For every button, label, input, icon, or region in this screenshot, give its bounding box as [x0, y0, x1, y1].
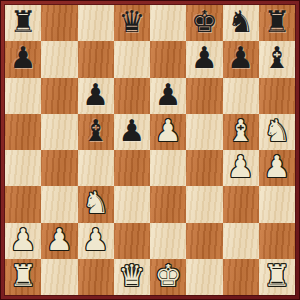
- square-a6[interactable]: [5, 78, 41, 114]
- square-f3[interactable]: [186, 186, 222, 222]
- square-d5[interactable]: ♟: [114, 114, 150, 150]
- square-c6[interactable]: ♟: [78, 78, 114, 114]
- square-a2[interactable]: ♟: [5, 223, 41, 259]
- square-g2[interactable]: [223, 223, 259, 259]
- square-d8[interactable]: ♛: [114, 5, 150, 41]
- square-a3[interactable]: [5, 186, 41, 222]
- square-a1[interactable]: ♜: [5, 259, 41, 295]
- square-g3[interactable]: [223, 186, 259, 222]
- square-h7[interactable]: ♝: [259, 41, 295, 77]
- white-pawn-g4: ♟: [227, 152, 254, 182]
- white-pawn-a2: ♟: [10, 225, 37, 255]
- square-d6[interactable]: [114, 78, 150, 114]
- chess-board: ♜♛♚♞♜♟♟♟♝♟♟♝♟♟♝♞♟♟♞♟♟♟♜♛♚♜: [5, 5, 295, 295]
- square-f1[interactable]: [186, 259, 222, 295]
- white-queen-d1: ♛: [118, 261, 145, 291]
- square-e8[interactable]: [150, 5, 186, 41]
- square-g6[interactable]: [223, 78, 259, 114]
- black-rook-a8: ♜: [10, 7, 37, 37]
- square-b2[interactable]: ♟: [41, 223, 77, 259]
- square-g4[interactable]: ♟: [223, 150, 259, 186]
- square-f7[interactable]: ♟: [186, 41, 222, 77]
- square-g7[interactable]: ♟: [223, 41, 259, 77]
- square-c4[interactable]: [78, 150, 114, 186]
- square-c2[interactable]: ♟: [78, 223, 114, 259]
- black-bishop-c5: ♝: [82, 116, 109, 146]
- board-frame: ♜♛♚♞♜♟♟♟♝♟♟♝♟♟♝♞♟♟♞♟♟♟♜♛♚♜: [0, 0, 300, 300]
- square-c5[interactable]: ♝: [78, 114, 114, 150]
- square-c3[interactable]: ♞: [78, 186, 114, 222]
- square-b1[interactable]: [41, 259, 77, 295]
- white-rook-h1: ♜: [263, 261, 290, 291]
- black-pawn-a7: ♟: [10, 43, 37, 73]
- black-pawn-f7: ♟: [191, 43, 218, 73]
- square-d2[interactable]: [114, 223, 150, 259]
- white-king-e1: ♚: [155, 261, 182, 291]
- square-b3[interactable]: [41, 186, 77, 222]
- white-knight-h5: ♞: [263, 116, 290, 146]
- square-f5[interactable]: [186, 114, 222, 150]
- square-f4[interactable]: [186, 150, 222, 186]
- square-b7[interactable]: [41, 41, 77, 77]
- square-c8[interactable]: [78, 5, 114, 41]
- square-e1[interactable]: ♚: [150, 259, 186, 295]
- white-pawn-h4: ♟: [263, 152, 290, 182]
- white-rook-a1: ♜: [10, 261, 37, 291]
- square-e2[interactable]: [150, 223, 186, 259]
- white-bishop-g5: ♝: [227, 116, 254, 146]
- square-h6[interactable]: [259, 78, 295, 114]
- white-pawn-e5: ♟: [155, 116, 182, 146]
- black-rook-h8: ♜: [263, 7, 290, 37]
- square-f2[interactable]: [186, 223, 222, 259]
- square-c1[interactable]: [78, 259, 114, 295]
- square-a7[interactable]: ♟: [5, 41, 41, 77]
- square-a4[interactable]: [5, 150, 41, 186]
- square-e6[interactable]: ♟: [150, 78, 186, 114]
- square-g5[interactable]: ♝: [223, 114, 259, 150]
- square-d7[interactable]: [114, 41, 150, 77]
- black-pawn-d5: ♟: [118, 116, 145, 146]
- square-d4[interactable]: [114, 150, 150, 186]
- square-b8[interactable]: [41, 5, 77, 41]
- square-h8[interactable]: ♜: [259, 5, 295, 41]
- white-pawn-c2: ♟: [82, 225, 109, 255]
- square-g1[interactable]: [223, 259, 259, 295]
- black-pawn-g7: ♟: [227, 43, 254, 73]
- black-bishop-h7: ♝: [263, 43, 290, 73]
- square-e4[interactable]: [150, 150, 186, 186]
- black-queen-d8: ♛: [118, 7, 145, 37]
- square-a8[interactable]: ♜: [5, 5, 41, 41]
- white-pawn-b2: ♟: [46, 225, 73, 255]
- square-a5[interactable]: [5, 114, 41, 150]
- black-king-f8: ♚: [191, 7, 218, 37]
- square-b5[interactable]: [41, 114, 77, 150]
- square-f8[interactable]: ♚: [186, 5, 222, 41]
- square-e5[interactable]: ♟: [150, 114, 186, 150]
- black-knight-g8: ♞: [227, 7, 254, 37]
- square-f6[interactable]: [186, 78, 222, 114]
- square-d1[interactable]: ♛: [114, 259, 150, 295]
- black-pawn-c6: ♟: [82, 80, 109, 110]
- white-knight-c3: ♞: [82, 188, 109, 218]
- square-d3[interactable]: [114, 186, 150, 222]
- square-h4[interactable]: ♟: [259, 150, 295, 186]
- square-e3[interactable]: [150, 186, 186, 222]
- square-c7[interactable]: [78, 41, 114, 77]
- square-h3[interactable]: [259, 186, 295, 222]
- square-b4[interactable]: [41, 150, 77, 186]
- square-b6[interactable]: [41, 78, 77, 114]
- square-h1[interactable]: ♜: [259, 259, 295, 295]
- black-pawn-e6: ♟: [155, 80, 182, 110]
- square-g8[interactable]: ♞: [223, 5, 259, 41]
- square-h2[interactable]: [259, 223, 295, 259]
- square-h5[interactable]: ♞: [259, 114, 295, 150]
- square-e7[interactable]: [150, 41, 186, 77]
